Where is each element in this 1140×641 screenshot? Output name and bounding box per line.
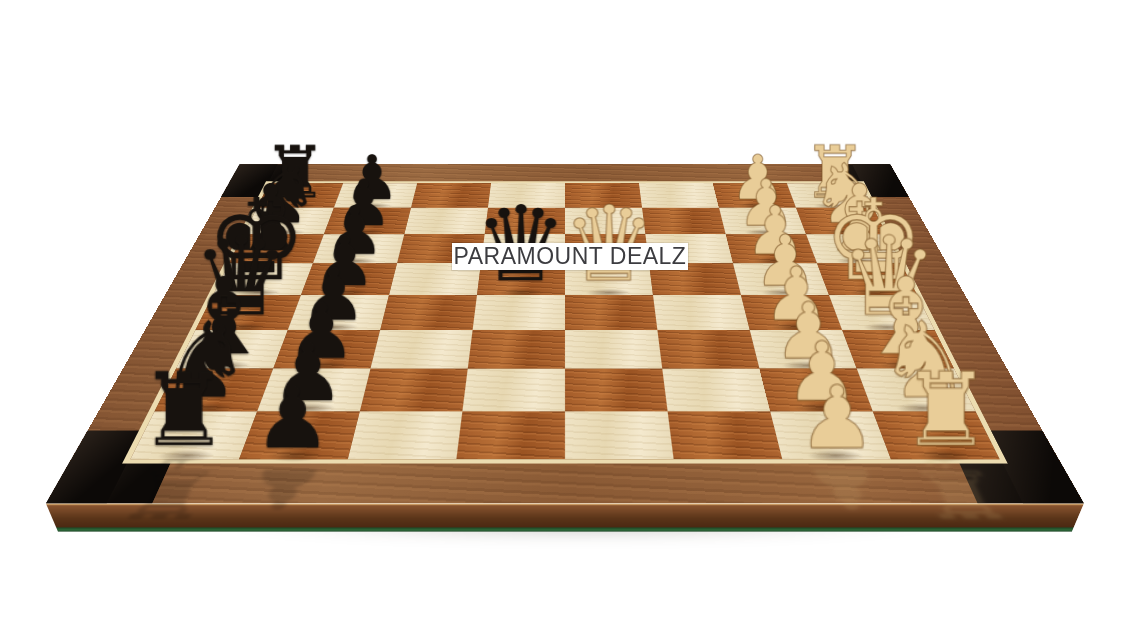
piece-reflection: ♟ (798, 461, 896, 517)
square-a3 (668, 411, 783, 459)
piece-white-pawn: ♟ (798, 374, 876, 461)
chess-board: ♜♜♟♟♟♟♜♜♞♞♟♟♟♟♞♞♝♝♟♟♟♟♝♝♚♚♟♟♛♛♛♛♟♟♚♚♛♛♟♟… (46, 164, 1084, 503)
piece-reflection: ♟ (234, 461, 332, 517)
square-b6 (360, 369, 468, 412)
square-c3 (657, 330, 759, 369)
piece-black-rook: ♜ (138, 360, 229, 461)
square-b5 (462, 369, 565, 412)
piece-white-rook: ♜ (901, 360, 992, 461)
square-c5 (468, 330, 565, 369)
board-top-face: ♜♜♟♟♟♟♜♜♞♞♟♟♟♟♞♞♝♝♟♟♟♟♝♝♚♚♟♟♛♛♛♛♟♟♚♚♛♛♟♟… (46, 164, 1084, 503)
product-photo: ♜♜♟♟♟♟♜♜♞♞♟♟♟♟♞♞♝♝♟♟♟♟♝♝♚♚♟♟♛♛♛♛♟♟♚♚♛♛♟♟… (0, 0, 1140, 641)
square-a8: ♜♜ (130, 411, 257, 459)
square-a6 (348, 411, 463, 459)
square-b3 (662, 369, 770, 412)
square-d3 (653, 295, 750, 330)
square-a4 (565, 411, 674, 459)
square-b4 (565, 369, 668, 412)
square-a1: ♜♜ (873, 411, 1000, 459)
square-a2: ♟♟ (770, 411, 891, 459)
board-grid: ♜♜♟♟♟♟♜♜♞♞♟♟♟♟♞♞♝♝♟♟♟♟♝♝♚♚♟♟♛♛♛♛♟♟♚♚♛♛♟♟… (130, 183, 999, 459)
square-d6 (380, 295, 477, 330)
board-scene: ♜♜♟♟♟♟♜♜♞♞♟♟♟♟♞♞♝♝♟♟♟♟♝♝♚♚♟♟♛♛♛♛♟♟♚♚♛♛♟♟… (0, 0, 1140, 641)
square-c4 (565, 330, 662, 369)
felt-strip (56, 527, 1074, 531)
watermark-label: PARAMOUNT DEALZ (452, 243, 688, 270)
square-a5 (456, 411, 565, 459)
square-c6 (371, 330, 473, 369)
square-a7: ♟♟ (239, 411, 360, 459)
piece-black-pawn: ♟ (254, 374, 332, 461)
